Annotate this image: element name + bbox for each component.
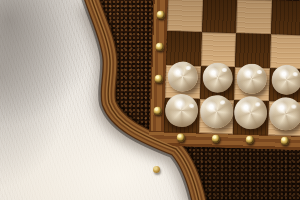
- square-a4: [167, 0, 203, 32]
- square-b3: [201, 32, 237, 67]
- playing-field-frame: ♙♙♙♙♖♘♗♕: [164, 0, 300, 139]
- square-c3: [235, 33, 271, 68]
- square-d4: [271, 0, 300, 35]
- square-c4: [236, 0, 272, 34]
- fur-background: ♙♙♙♙♖♘♗♕: [0, 0, 300, 200]
- brass-bead: [153, 166, 160, 173]
- piece-white-queen-d1: ♕: [268, 97, 300, 131]
- square-b4: [202, 0, 238, 33]
- brass-stud-file-d: [280, 137, 288, 145]
- brass-stud-file-b: [211, 134, 219, 142]
- square-d3: [270, 34, 300, 69]
- chess-board: ♙♙♙♙♖♘♗♕: [0, 0, 300, 200]
